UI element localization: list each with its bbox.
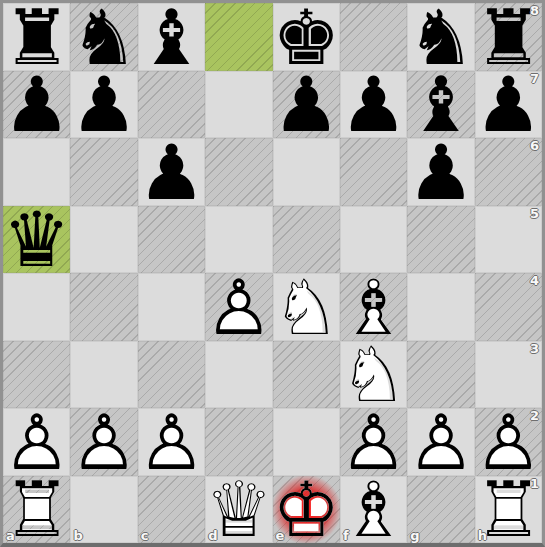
white-p-outline-glyph: ♙ [70,409,137,476]
white-r-outline-glyph: ♖ [3,477,70,544]
square-c1[interactable]: c [138,476,205,544]
black-p-fill-glyph: ♟ [138,139,205,206]
square-g2[interactable]: ♟♙ [407,408,474,476]
square-g5[interactable] [407,206,474,274]
white-b-outline-glyph: ♗ [340,477,407,544]
square-c3[interactable] [138,341,205,409]
black-p-fill-glyph: ♟ [475,72,542,139]
square-c5[interactable] [138,206,205,274]
square-b4[interactable] [70,273,137,341]
square-a7[interactable]: ♟ [3,71,70,139]
square-a2[interactable]: ♟♙ [3,408,70,476]
white-p-outline-glyph: ♙ [475,409,542,476]
square-f2[interactable]: ♟♙ [340,408,407,476]
square-b6[interactable] [70,138,137,206]
rank-label-6: 6 [530,138,539,153]
white-p-outline-glyph: ♙ [340,409,407,476]
square-d3[interactable] [205,341,272,409]
square-b2[interactable]: ♟♙ [70,408,137,476]
black-p-fill-glyph: ♟ [3,72,70,139]
square-b8[interactable]: ♞ [70,3,137,71]
black-r-fill-glyph: ♜ [475,4,542,71]
square-g6[interactable]: ♟ [407,138,474,206]
square-d7[interactable] [205,71,272,139]
piece-br-h8[interactable]: ♜ [475,3,542,71]
black-q-fill-glyph: ♛ [3,207,70,274]
white-n-outline-glyph: ♘ [273,274,340,341]
square-h4[interactable]: 4 [475,273,542,341]
rank-label-5: 5 [530,206,539,221]
square-a6[interactable] [3,138,70,206]
white-k-outline-glyph: ♔ [273,477,340,544]
square-f8[interactable] [340,3,407,71]
piece-wk-e1[interactable]: ♚♔ [273,476,340,544]
square-e5[interactable] [273,206,340,274]
black-p-fill-glyph: ♟ [273,72,340,139]
rank-label-4: 4 [530,273,539,288]
piece-br-a8[interactable]: ♜ [3,3,70,71]
piece-bb-g7[interactable]: ♝ [407,71,474,139]
piece-wp-g2[interactable]: ♟♙ [407,408,474,476]
piece-bp-e7[interactable]: ♟ [273,71,340,139]
square-c2[interactable]: ♟♙ [138,408,205,476]
piece-bp-c6[interactable]: ♟ [138,138,205,206]
square-e6[interactable] [273,138,340,206]
square-a8[interactable]: ♜ [3,3,70,71]
square-a4[interactable] [3,273,70,341]
square-e4[interactable]: ♞♘ [273,273,340,341]
black-b-fill-glyph: ♝ [407,72,474,139]
square-g1[interactable]: g [407,476,474,544]
square-e2[interactable] [273,408,340,476]
square-b5[interactable] [70,206,137,274]
black-b-fill-glyph: ♝ [138,4,205,71]
square-h3[interactable]: 3 [475,341,542,409]
piece-wr-h1[interactable]: ♜♖ [475,476,542,544]
square-h5[interactable]: 5 [475,206,542,274]
square-g4[interactable] [407,273,474,341]
square-c8[interactable]: ♝ [138,3,205,71]
piece-bp-b7[interactable]: ♟ [70,71,137,139]
square-f3[interactable]: ♞♘ [340,341,407,409]
piece-wp-c2[interactable]: ♟♙ [138,408,205,476]
square-a1[interactable]: ♜♖a [3,476,70,544]
square-b3[interactable] [70,341,137,409]
piece-wn-f3[interactable]: ♞♘ [340,341,407,409]
square-c7[interactable] [138,71,205,139]
square-h1[interactable]: ♜♖1h [475,476,542,544]
square-b1[interactable]: b [70,476,137,544]
square-h2[interactable]: ♟♙2 [475,408,542,476]
piece-wq-d1[interactable]: ♛♕ [205,476,272,544]
square-h7[interactable]: ♟7 [475,71,542,139]
piece-wp-f2[interactable]: ♟♙ [340,408,407,476]
square-d5[interactable] [205,206,272,274]
square-c4[interactable] [138,273,205,341]
white-q-outline-glyph: ♕ [205,477,272,544]
file-label-b: b [73,528,82,543]
square-f4[interactable]: ♝♗ [340,273,407,341]
square-e8[interactable]: ♚ [273,3,340,71]
piece-bp-g6[interactable]: ♟ [407,138,474,206]
black-p-fill-glyph: ♟ [70,72,137,139]
square-f5[interactable] [340,206,407,274]
white-n-outline-glyph: ♘ [340,342,407,409]
piece-wp-d4[interactable]: ♟♙ [205,273,272,341]
white-p-outline-glyph: ♙ [138,409,205,476]
square-d4[interactable]: ♟♙ [205,273,272,341]
black-k-fill-glyph: ♚ [273,4,340,71]
piece-wb-f1[interactable]: ♝♗ [340,476,407,544]
square-f7[interactable]: ♟ [340,71,407,139]
piece-wp-a2[interactable]: ♟♙ [3,408,70,476]
chess-board: ♜♞♝♚♞♜8♟♟♟♟♝♟7♟♟6♛5♟♙♞♘♝♗4♞♘3♟♙♟♙♟♙♟♙♟♙♟… [0,0,545,547]
square-c6[interactable]: ♟ [138,138,205,206]
square-f6[interactable] [340,138,407,206]
square-d8[interactable] [205,3,272,71]
black-r-fill-glyph: ♜ [3,4,70,71]
piece-bp-h7[interactable]: ♟ [475,71,542,139]
white-p-outline-glyph: ♙ [407,409,474,476]
piece-wn-e4[interactable]: ♞♘ [273,273,340,341]
square-g3[interactable] [407,341,474,409]
rank-label-3: 3 [530,341,539,356]
piece-wp-h2[interactable]: ♟♙ [475,408,542,476]
square-e1[interactable]: ♚♔e [273,476,340,544]
piece-bq-a5[interactable]: ♛ [3,206,70,274]
square-h8[interactable]: ♜8 [475,3,542,71]
piece-bp-a7[interactable]: ♟ [3,71,70,139]
square-b7[interactable]: ♟ [70,71,137,139]
white-b-outline-glyph: ♗ [340,274,407,341]
piece-wr-a1[interactable]: ♜♖ [3,476,70,544]
file-label-g: g [410,528,419,543]
square-h6[interactable]: 6 [475,138,542,206]
piece-wp-b2[interactable]: ♟♙ [70,408,137,476]
square-a3[interactable] [3,341,70,409]
square-g7[interactable]: ♝ [407,71,474,139]
piece-bn-b8[interactable]: ♞ [70,3,137,71]
black-p-fill-glyph: ♟ [340,72,407,139]
black-n-fill-glyph: ♞ [407,4,474,71]
piece-bk-e8[interactable]: ♚ [273,3,340,71]
square-d2[interactable] [205,408,272,476]
file-label-c: c [141,528,149,543]
white-r-outline-glyph: ♖ [475,477,542,544]
square-e3[interactable] [273,341,340,409]
white-p-outline-glyph: ♙ [205,274,272,341]
square-g8[interactable]: ♞ [407,3,474,71]
piece-bn-g8[interactable]: ♞ [407,3,474,71]
square-d6[interactable] [205,138,272,206]
piece-wb-f4[interactable]: ♝♗ [340,273,407,341]
white-p-outline-glyph: ♙ [3,409,70,476]
square-f1[interactable]: ♝♗f [340,476,407,544]
piece-bb-c8[interactable]: ♝ [138,3,205,71]
square-d1[interactable]: ♛♕d [205,476,272,544]
piece-bp-f7[interactable]: ♟ [340,71,407,139]
black-p-fill-glyph: ♟ [407,139,474,206]
square-e7[interactable]: ♟ [273,71,340,139]
square-a5[interactable]: ♛ [3,206,70,274]
black-n-fill-glyph: ♞ [70,4,137,71]
